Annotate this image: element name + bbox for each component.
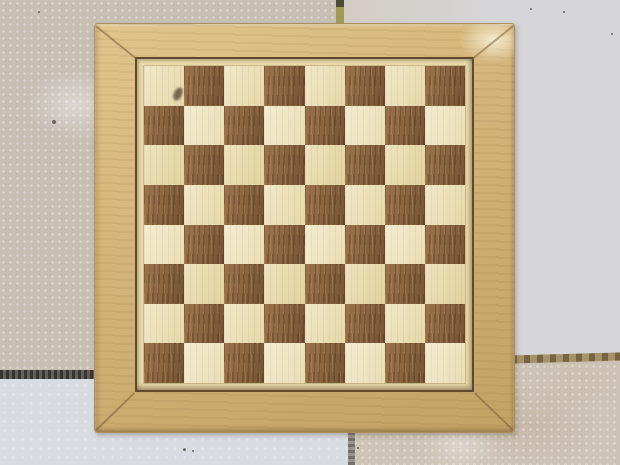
square-d3 [264, 264, 304, 304]
square-h4 [425, 225, 465, 265]
square-d7 [264, 106, 304, 146]
square-f4 [345, 225, 385, 265]
square-e8 [305, 66, 345, 106]
square-g2 [385, 304, 425, 344]
square-e4 [305, 225, 345, 265]
square-g6 [385, 145, 425, 185]
square-d1 [264, 343, 304, 383]
floor-speck [611, 33, 613, 35]
grout-line-left-horizontal [0, 370, 96, 379]
floor-speck [52, 120, 56, 124]
square-g7 [385, 106, 425, 146]
square-b8 [184, 66, 224, 106]
square-f2 [345, 304, 385, 344]
grout-line-bottom-vertical [348, 428, 355, 465]
square-h2 [425, 304, 465, 344]
square-a5 [144, 185, 184, 225]
square-a7 [144, 106, 184, 146]
square-b3 [184, 264, 224, 304]
square-c5 [224, 185, 264, 225]
floor-speck [357, 447, 359, 449]
chessboard [94, 23, 515, 433]
square-f5 [345, 185, 385, 225]
square-b5 [184, 185, 224, 225]
square-a1 [144, 343, 184, 383]
square-c2 [224, 304, 264, 344]
square-c8 [224, 66, 264, 106]
square-a2 [144, 304, 184, 344]
frame-miter-top-right [471, 25, 513, 60]
square-h8 [425, 66, 465, 106]
square-g4 [385, 225, 425, 265]
frame-miter-bottom-left [95, 392, 134, 430]
square-h3 [425, 264, 465, 304]
square-c3 [224, 264, 264, 304]
square-d6 [264, 145, 304, 185]
square-d8 [264, 66, 304, 106]
floor-speck [183, 448, 186, 451]
square-b6 [184, 145, 224, 185]
square-e6 [305, 145, 345, 185]
square-e1 [305, 343, 345, 383]
square-g1 [385, 343, 425, 383]
square-b1 [184, 343, 224, 383]
square-f1 [345, 343, 385, 383]
floor-speck [192, 450, 194, 452]
square-b2 [184, 304, 224, 344]
square-f6 [345, 145, 385, 185]
square-f3 [345, 264, 385, 304]
square-e2 [305, 304, 345, 344]
square-h5 [425, 185, 465, 225]
board-grid [144, 66, 465, 383]
square-f7 [345, 106, 385, 146]
square-g5 [385, 185, 425, 225]
square-a3 [144, 264, 184, 304]
square-c4 [224, 225, 264, 265]
square-h1 [425, 343, 465, 383]
square-b4 [184, 225, 224, 265]
frame-miter-top-left [96, 25, 138, 60]
square-f8 [345, 66, 385, 106]
square-c7 [224, 106, 264, 146]
square-g8 [385, 66, 425, 106]
square-b7 [184, 106, 224, 146]
square-a4 [144, 225, 184, 265]
square-h6 [425, 145, 465, 185]
square-e7 [305, 106, 345, 146]
board-groove-and-veneer [135, 57, 474, 392]
square-c6 [224, 145, 264, 185]
square-a6 [144, 145, 184, 185]
square-e5 [305, 185, 345, 225]
square-h7 [425, 106, 465, 146]
square-e3 [305, 264, 345, 304]
floor-speck [563, 11, 565, 13]
floor-speck [530, 8, 532, 10]
square-g3 [385, 264, 425, 304]
floor-speck [38, 11, 40, 13]
square-d2 [264, 304, 304, 344]
square-d5 [264, 185, 304, 225]
square-d4 [264, 225, 304, 265]
frame-miter-bottom-right [474, 392, 513, 430]
square-c1 [224, 343, 264, 383]
photo-scene [0, 0, 620, 465]
